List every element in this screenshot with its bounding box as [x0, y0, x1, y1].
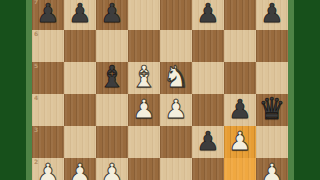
square-a7[interactable]: 7♟	[32, 0, 64, 30]
black-pawn: ♟	[224, 93, 256, 125]
square-f2[interactable]	[192, 158, 224, 180]
square-d7[interactable]	[128, 0, 160, 30]
black-queen: ♛	[256, 93, 288, 125]
square-f4[interactable]	[192, 94, 224, 126]
square-f3[interactable]: ♟	[192, 126, 224, 158]
square-h2[interactable]: ♟	[256, 158, 288, 180]
square-f7[interactable]: ♟	[192, 0, 224, 30]
square-b6[interactable]	[64, 30, 96, 62]
rank-label-4: 4	[34, 94, 38, 101]
square-b3[interactable]	[64, 126, 96, 158]
white-bishop: ♝	[128, 61, 160, 93]
black-pawn: ♟	[32, 0, 64, 29]
square-d6[interactable]	[128, 30, 160, 62]
square-d4[interactable]: ♟	[128, 94, 160, 126]
white-pawn: ♟	[224, 125, 256, 157]
black-pawn: ♟	[256, 0, 288, 29]
rank-label-7: 7	[34, 0, 38, 5]
square-h5[interactable]	[256, 62, 288, 94]
square-e7[interactable]	[160, 0, 192, 30]
square-f6[interactable]	[192, 30, 224, 62]
square-g5[interactable]	[224, 62, 256, 94]
square-g6[interactable]	[224, 30, 256, 62]
square-e6[interactable]	[160, 30, 192, 62]
square-c4[interactable]	[96, 94, 128, 126]
square-g4[interactable]: ♟	[224, 94, 256, 126]
square-b7[interactable]: ♟	[64, 0, 96, 30]
square-h7[interactable]: ♟	[256, 0, 288, 30]
square-a5[interactable]: 5	[32, 62, 64, 94]
square-a2[interactable]: 2♟	[32, 158, 64, 180]
rank-label-2: 2	[34, 158, 38, 165]
black-pawn: ♟	[192, 125, 224, 157]
square-a3[interactable]: 3	[32, 126, 64, 158]
white-pawn: ♟	[64, 157, 96, 180]
black-bishop: ♝	[96, 61, 128, 93]
white-knight: ♞	[160, 61, 192, 93]
square-c5[interactable]: ♝	[96, 62, 128, 94]
square-e4[interactable]: ♟	[160, 94, 192, 126]
square-b4[interactable]	[64, 94, 96, 126]
square-h6[interactable]	[256, 30, 288, 62]
white-pawn: ♟	[256, 157, 288, 180]
square-e3[interactable]	[160, 126, 192, 158]
square-c6[interactable]	[96, 30, 128, 62]
rank-label-6: 6	[34, 30, 38, 37]
chess-board: 7♟♟♟♟♟65♝♝♞4♟♟♟♛3♟♟2♟♟♟♟	[32, 0, 288, 180]
square-c3[interactable]	[96, 126, 128, 158]
square-a6[interactable]: 6	[32, 30, 64, 62]
square-b2[interactable]: ♟	[64, 158, 96, 180]
rank-label-3: 3	[34, 126, 38, 133]
white-pawn: ♟	[160, 93, 192, 125]
square-d5[interactable]: ♝	[128, 62, 160, 94]
square-g7[interactable]	[224, 0, 256, 30]
rank-label-5: 5	[34, 62, 38, 69]
square-a4[interactable]: 4	[32, 94, 64, 126]
square-e5[interactable]: ♞	[160, 62, 192, 94]
black-pawn: ♟	[96, 0, 128, 29]
video-frame: 7♟♟♟♟♟65♝♝♞4♟♟♟♛3♟♟2♟♟♟♟	[0, 0, 320, 180]
black-pawn: ♟	[192, 0, 224, 29]
white-pawn: ♟	[128, 93, 160, 125]
square-g3[interactable]: ♟	[224, 126, 256, 158]
square-f5[interactable]	[192, 62, 224, 94]
square-h3[interactable]	[256, 126, 288, 158]
square-c2[interactable]: ♟	[96, 158, 128, 180]
white-pawn: ♟	[96, 157, 128, 180]
square-h4[interactable]: ♛	[256, 94, 288, 126]
black-pawn: ♟	[64, 0, 96, 29]
board-right-edge-glow	[288, 0, 294, 180]
white-pawn: ♟	[32, 157, 64, 180]
square-c7[interactable]: ♟	[96, 0, 128, 30]
square-b5[interactable]	[64, 62, 96, 94]
square-d2[interactable]	[128, 158, 160, 180]
square-d3[interactable]	[128, 126, 160, 158]
square-e2[interactable]	[160, 158, 192, 180]
square-g2[interactable]	[224, 158, 256, 180]
